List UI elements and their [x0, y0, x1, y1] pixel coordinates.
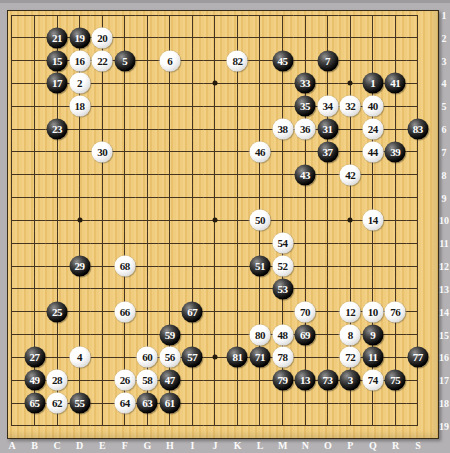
stone-black-73: 73 — [317, 370, 338, 391]
board-cell — [68, 186, 91, 209]
board-cell — [249, 278, 272, 301]
board-cell: 28 — [46, 369, 69, 392]
board-cell — [361, 278, 384, 301]
board-cell — [159, 186, 182, 209]
board-cell — [384, 415, 407, 438]
board-cell — [361, 163, 384, 186]
board-cell — [339, 209, 362, 232]
board-cell: 40 — [361, 95, 384, 118]
board-cell — [113, 26, 136, 49]
board-cell: 5 — [113, 49, 136, 72]
stone-white-68: 68 — [114, 256, 135, 277]
go-game-diagram: 2119201516225682457172331411835343240233… — [0, 0, 450, 453]
board-cell — [136, 163, 159, 186]
board-cell — [113, 186, 136, 209]
board-cell — [113, 323, 136, 346]
board-cell: 78 — [271, 346, 294, 369]
board-cell — [407, 186, 430, 209]
board-cell — [159, 278, 182, 301]
board-cell — [23, 72, 46, 95]
board-cell: 83 — [407, 118, 430, 141]
board-cell: 77 — [407, 346, 430, 369]
board-cell — [91, 346, 114, 369]
board-cell — [271, 95, 294, 118]
stone-white-44: 44 — [362, 141, 383, 162]
board-cell — [159, 232, 182, 255]
board-cell — [136, 300, 159, 323]
top-border-strip — [0, 0, 450, 3]
board-cell — [159, 163, 182, 186]
board-cell: 16 — [68, 49, 91, 72]
stone-black-77: 77 — [407, 347, 428, 368]
board-cell: 9 — [361, 323, 384, 346]
board-cell — [249, 300, 272, 323]
stone-white-10: 10 — [362, 301, 383, 322]
board-cell — [407, 323, 430, 346]
board-cell — [384, 392, 407, 415]
stone-white-48: 48 — [272, 324, 293, 345]
stone-black-21: 21 — [47, 27, 68, 48]
board-cell — [407, 278, 430, 301]
col-label-Q: Q — [369, 440, 377, 451]
stone-black-5: 5 — [114, 50, 135, 71]
board-cell — [361, 392, 384, 415]
board-cell: 18 — [68, 95, 91, 118]
board-cell — [1, 163, 24, 186]
board-cell — [339, 72, 362, 95]
row-label-14: 14 — [438, 306, 450, 317]
stone-white-52: 52 — [272, 256, 293, 277]
board-cell: 58 — [136, 369, 159, 392]
board-cell — [226, 323, 249, 346]
stone-white-38: 38 — [272, 119, 293, 140]
stone-white-42: 42 — [340, 164, 361, 185]
hoshi-dot — [212, 81, 217, 86]
board-cell — [46, 323, 69, 346]
stone-black-61: 61 — [159, 393, 180, 414]
board-cell: 57 — [181, 346, 204, 369]
board-cell — [113, 95, 136, 118]
board-cell — [136, 72, 159, 95]
board-cell: 38 — [271, 118, 294, 141]
board-cell — [136, 26, 159, 49]
board-cell — [407, 95, 430, 118]
board-cell — [407, 369, 430, 392]
stone-white-6: 6 — [159, 50, 180, 71]
board-cell: 2 — [68, 72, 91, 95]
board-cell — [91, 232, 114, 255]
board-cell: 64 — [113, 392, 136, 415]
board-cell — [316, 255, 339, 278]
board-cell: 66 — [113, 300, 136, 323]
board-cell — [1, 392, 24, 415]
row-label-2: 2 — [438, 32, 450, 43]
board-cell — [181, 186, 204, 209]
stone-white-60: 60 — [137, 347, 158, 368]
board-cell — [204, 72, 227, 95]
col-label-O: O — [324, 440, 332, 451]
board-cell — [1, 49, 24, 72]
stone-black-63: 63 — [137, 393, 158, 414]
board-cell — [407, 26, 430, 49]
board-cell — [226, 209, 249, 232]
board-cell — [384, 49, 407, 72]
board-cell — [113, 415, 136, 438]
board-cell: 61 — [159, 392, 182, 415]
stone-black-53: 53 — [272, 278, 293, 299]
stone-white-4: 4 — [69, 347, 90, 368]
board-cell — [181, 118, 204, 141]
board-cell — [226, 4, 249, 27]
board-cell — [294, 49, 317, 72]
board-cell — [46, 209, 69, 232]
board-cell: 79 — [271, 369, 294, 392]
board-cell — [1, 369, 24, 392]
board-cell — [91, 369, 114, 392]
hoshi-dot — [212, 355, 217, 360]
board-cell — [204, 300, 227, 323]
row-label-13: 13 — [438, 283, 450, 294]
board-cell — [181, 49, 204, 72]
board-cell — [181, 278, 204, 301]
board-cell: 3 — [339, 369, 362, 392]
board-cell — [113, 232, 136, 255]
board-cell: 1 — [361, 72, 384, 95]
board-cell — [316, 300, 339, 323]
board-cell — [226, 300, 249, 323]
board-cell — [226, 118, 249, 141]
stone-white-2: 2 — [69, 73, 90, 94]
board-cell — [181, 323, 204, 346]
board-cell — [113, 4, 136, 27]
board-cell: 23 — [46, 118, 69, 141]
board-cell — [294, 255, 317, 278]
col-label-C: C — [53, 440, 60, 451]
board-cell — [249, 232, 272, 255]
board-cell — [384, 95, 407, 118]
board-cell — [23, 209, 46, 232]
stone-black-17: 17 — [47, 73, 68, 94]
board-cell — [1, 72, 24, 95]
board-cell — [249, 415, 272, 438]
board-cell: 32 — [339, 95, 362, 118]
board-cell — [91, 186, 114, 209]
board-cell: 75 — [384, 369, 407, 392]
stone-white-12: 12 — [340, 301, 361, 322]
board-cell — [46, 4, 69, 27]
board-cell: 72 — [339, 346, 362, 369]
board-cell — [361, 255, 384, 278]
stone-white-78: 78 — [272, 347, 293, 368]
stone-black-25: 25 — [47, 301, 68, 322]
board-cell: 65 — [23, 392, 46, 415]
board-cell: 42 — [339, 163, 362, 186]
board-cell — [384, 209, 407, 232]
col-label-A: A — [8, 440, 15, 451]
board-cell — [407, 163, 430, 186]
board-cell: 70 — [294, 300, 317, 323]
stone-white-76: 76 — [385, 301, 406, 322]
board-cell — [294, 415, 317, 438]
board-cell — [181, 26, 204, 49]
stone-white-20: 20 — [92, 27, 113, 48]
board-cell: 12 — [339, 300, 362, 323]
board-cell: 69 — [294, 323, 317, 346]
board-cell — [181, 415, 204, 438]
stone-black-7: 7 — [317, 50, 338, 71]
board-cell — [159, 209, 182, 232]
stone-black-55: 55 — [69, 393, 90, 414]
board-cell — [181, 141, 204, 164]
board-cell — [68, 4, 91, 27]
board-cell — [1, 255, 24, 278]
board-cell — [407, 72, 430, 95]
board-cell — [204, 141, 227, 164]
board-cell — [181, 95, 204, 118]
stone-white-64: 64 — [114, 393, 135, 414]
board-cell: 29 — [68, 255, 91, 278]
stone-white-26: 26 — [114, 370, 135, 391]
col-label-M: M — [278, 440, 287, 451]
board-cell — [339, 26, 362, 49]
board-cell — [361, 186, 384, 209]
board-cell — [23, 141, 46, 164]
board-cell — [46, 415, 69, 438]
row-label-17: 17 — [438, 375, 450, 386]
board-cell — [23, 4, 46, 27]
board-cell — [226, 232, 249, 255]
board-cell: 39 — [384, 141, 407, 164]
board-cell — [68, 141, 91, 164]
board-cell — [113, 163, 136, 186]
board-cell — [204, 415, 227, 438]
board-cell — [136, 118, 159, 141]
stone-black-83: 83 — [407, 119, 428, 140]
col-label-P: P — [347, 440, 353, 451]
board-cell: 7 — [316, 49, 339, 72]
board-cell — [226, 141, 249, 164]
board-cell — [204, 163, 227, 186]
board-cell — [316, 72, 339, 95]
board-cell — [339, 118, 362, 141]
board-cell — [316, 186, 339, 209]
stone-black-9: 9 — [362, 324, 383, 345]
hoshi-dot — [212, 218, 217, 223]
board-cell — [384, 4, 407, 27]
stone-white-40: 40 — [362, 96, 383, 117]
board-cell — [46, 186, 69, 209]
board-cell: 31 — [316, 118, 339, 141]
stone-black-75: 75 — [385, 370, 406, 391]
board-cell — [159, 255, 182, 278]
board-cell — [271, 163, 294, 186]
hoshi-dot — [348, 218, 353, 223]
stone-black-65: 65 — [24, 393, 45, 414]
board-cell: 45 — [271, 49, 294, 72]
board-cell — [1, 141, 24, 164]
board-cell — [294, 392, 317, 415]
board-cell: 20 — [91, 26, 114, 49]
board-cell — [316, 392, 339, 415]
row-label-16: 16 — [438, 352, 450, 363]
board-cell — [204, 392, 227, 415]
row-label-11: 11 — [438, 238, 450, 249]
board-cell — [159, 300, 182, 323]
board-cell — [46, 232, 69, 255]
stone-white-56: 56 — [159, 347, 180, 368]
board-cell: 81 — [226, 346, 249, 369]
board-cell: 62 — [46, 392, 69, 415]
board-cell — [249, 72, 272, 95]
board-cell — [1, 95, 24, 118]
board-cell — [1, 232, 24, 255]
board-cell — [91, 95, 114, 118]
board-cell — [23, 95, 46, 118]
row-label-7: 7 — [438, 146, 450, 157]
board-cell — [361, 4, 384, 27]
board-cell — [271, 186, 294, 209]
stone-white-54: 54 — [272, 233, 293, 254]
stone-black-71: 71 — [249, 347, 270, 368]
board-cell: 49 — [23, 369, 46, 392]
board-cell — [181, 255, 204, 278]
stone-white-30: 30 — [92, 141, 113, 162]
board-cell — [91, 278, 114, 301]
col-label-B: B — [31, 440, 38, 451]
board-cell: 59 — [159, 323, 182, 346]
board-cell — [407, 49, 430, 72]
board-cell — [181, 369, 204, 392]
stone-black-11: 11 — [362, 347, 383, 368]
board-cell — [181, 209, 204, 232]
board-cell — [91, 118, 114, 141]
stone-black-3: 3 — [340, 370, 361, 391]
board-cell — [136, 141, 159, 164]
board-cell — [204, 186, 227, 209]
board-cell — [91, 72, 114, 95]
stone-white-58: 58 — [137, 370, 158, 391]
stone-black-41: 41 — [385, 73, 406, 94]
board-cell — [204, 118, 227, 141]
row-label-18: 18 — [438, 398, 450, 409]
board-cell: 41 — [384, 72, 407, 95]
board-cell — [1, 323, 24, 346]
col-label-G: G — [143, 440, 151, 451]
board-cell — [204, 323, 227, 346]
board-cell — [204, 278, 227, 301]
board-cell — [271, 300, 294, 323]
col-label-S: S — [415, 440, 421, 451]
board-cell — [1, 209, 24, 232]
board-cell — [1, 300, 24, 323]
board-cell — [316, 323, 339, 346]
board-cell — [204, 369, 227, 392]
board-cell — [46, 255, 69, 278]
board-cell — [407, 232, 430, 255]
board-cell: 8 — [339, 323, 362, 346]
board-cell — [384, 323, 407, 346]
board-cell: 44 — [361, 141, 384, 164]
row-label-15: 15 — [438, 329, 450, 340]
board-cell — [23, 26, 46, 49]
board-cell — [204, 346, 227, 369]
stone-white-14: 14 — [362, 210, 383, 231]
board-cell — [271, 209, 294, 232]
col-label-R: R — [392, 440, 399, 451]
board-cell — [384, 118, 407, 141]
board-cell — [249, 369, 272, 392]
board-cell — [407, 209, 430, 232]
board-cell — [339, 141, 362, 164]
board-cell — [113, 141, 136, 164]
board-cell — [339, 186, 362, 209]
board-cell — [249, 95, 272, 118]
board-cell: 34 — [316, 95, 339, 118]
board-cell: 14 — [361, 209, 384, 232]
stone-black-51: 51 — [249, 256, 270, 277]
board-cell: 21 — [46, 26, 69, 49]
stone-black-67: 67 — [182, 301, 203, 322]
board-cell — [339, 255, 362, 278]
board-cell — [136, 49, 159, 72]
board-cell — [407, 300, 430, 323]
board-cell — [113, 278, 136, 301]
board-cell — [316, 163, 339, 186]
board-cell — [226, 369, 249, 392]
board-cell: 46 — [249, 141, 272, 164]
board-cell: 54 — [271, 232, 294, 255]
board-cell — [136, 323, 159, 346]
stone-black-57: 57 — [182, 347, 203, 368]
board-cell: 13 — [294, 369, 317, 392]
board-cell — [181, 72, 204, 95]
board-cell — [384, 278, 407, 301]
stone-white-22: 22 — [92, 50, 113, 71]
board-cell — [91, 323, 114, 346]
board-cell — [384, 255, 407, 278]
board-cell — [68, 232, 91, 255]
board-cell — [113, 72, 136, 95]
board-cell: 26 — [113, 369, 136, 392]
board-cell — [249, 118, 272, 141]
col-label-D: D — [76, 440, 83, 451]
board-cell — [361, 49, 384, 72]
board-cell — [68, 163, 91, 186]
col-label-J: J — [213, 440, 218, 451]
row-label-3: 3 — [438, 55, 450, 66]
board-cell — [316, 232, 339, 255]
row-label-19: 19 — [438, 420, 450, 431]
board-cell — [204, 49, 227, 72]
board-cell — [23, 232, 46, 255]
board-cell — [91, 300, 114, 323]
col-label-F: F — [122, 440, 128, 451]
stone-black-23: 23 — [47, 119, 68, 140]
board-cell: 4 — [68, 346, 91, 369]
stone-black-27: 27 — [24, 347, 45, 368]
board-cell — [339, 4, 362, 27]
board-cell — [271, 141, 294, 164]
board-cell: 82 — [226, 49, 249, 72]
board-cell — [339, 392, 362, 415]
row-label-8: 8 — [438, 169, 450, 180]
board-cell — [316, 278, 339, 301]
board-cell: 43 — [294, 163, 317, 186]
board-cell: 67 — [181, 300, 204, 323]
board-cell — [159, 4, 182, 27]
board-cell — [249, 186, 272, 209]
board-cell — [23, 49, 46, 72]
